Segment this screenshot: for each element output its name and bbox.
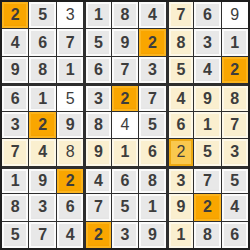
cell-r9c3[interactable]: 4 bbox=[57, 222, 83, 248]
sudoku-board: 2531847694675928319816735426153274983298… bbox=[0, 0, 250, 250]
cell-r5c3[interactable]: 9 bbox=[57, 112, 83, 138]
cell-r8c8[interactable]: 2 bbox=[194, 194, 220, 220]
cell-r7c5[interactable]: 6 bbox=[112, 167, 138, 193]
cell-r7c1[interactable]: 1 bbox=[2, 167, 28, 193]
cell-r7c8[interactable]: 7 bbox=[194, 167, 220, 193]
cell-r7c9[interactable]: 5 bbox=[222, 167, 248, 193]
cell-r6c6[interactable]: 6 bbox=[139, 139, 165, 165]
cell-r4c5[interactable]: 2 bbox=[112, 84, 138, 110]
cell-r2c7[interactable]: 8 bbox=[167, 29, 193, 55]
cell-r2c4[interactable]: 5 bbox=[84, 29, 110, 55]
cell-r3c2[interactable]: 8 bbox=[29, 57, 55, 83]
cell-r7c7[interactable]: 3 bbox=[167, 167, 193, 193]
cell-r5c2[interactable]: 2 bbox=[29, 112, 55, 138]
cell-r9c4[interactable]: 2 bbox=[84, 222, 110, 248]
cell-r3c5[interactable]: 7 bbox=[112, 57, 138, 83]
cell-r6c3[interactable]: 8 bbox=[57, 139, 83, 165]
cell-r6c2[interactable]: 4 bbox=[29, 139, 55, 165]
cell-r2c8[interactable]: 3 bbox=[194, 29, 220, 55]
cell-r3c1[interactable]: 9 bbox=[2, 57, 28, 83]
cell-r1c1[interactable]: 2 bbox=[2, 2, 28, 28]
cell-r7c4[interactable]: 4 bbox=[84, 167, 110, 193]
cell-r5c7[interactable]: 6 bbox=[167, 112, 193, 138]
cell-r1c7[interactable]: 7 bbox=[167, 2, 193, 28]
cell-r6c8[interactable]: 5 bbox=[194, 139, 220, 165]
cell-r5c1[interactable]: 3 bbox=[2, 112, 28, 138]
cell-r8c7[interactable]: 9 bbox=[167, 194, 193, 220]
cell-r1c9[interactable]: 9 bbox=[222, 2, 248, 28]
cell-r5c4[interactable]: 8 bbox=[84, 112, 110, 138]
cell-r3c9[interactable]: 2 bbox=[222, 57, 248, 83]
cell-r9c5[interactable]: 3 bbox=[112, 222, 138, 248]
cell-r9c2[interactable]: 7 bbox=[29, 222, 55, 248]
cell-r4c7[interactable]: 4 bbox=[167, 84, 193, 110]
cell-r1c4[interactable]: 1 bbox=[84, 2, 110, 28]
cell-r2c3[interactable]: 7 bbox=[57, 29, 83, 55]
cell-r2c6[interactable]: 2 bbox=[139, 29, 165, 55]
cell-r3c6[interactable]: 3 bbox=[139, 57, 165, 83]
cell-r4c2[interactable]: 1 bbox=[29, 84, 55, 110]
selected-cell-r6c7[interactable]: 2 bbox=[167, 139, 193, 165]
cell-r7c2[interactable]: 9 bbox=[29, 167, 55, 193]
cell-r1c2[interactable]: 5 bbox=[29, 2, 55, 28]
cell-r9c8[interactable]: 8 bbox=[194, 222, 220, 248]
cell-r5c6[interactable]: 5 bbox=[139, 112, 165, 138]
cell-r1c3[interactable]: 3 bbox=[57, 2, 83, 28]
cell-r8c6[interactable]: 1 bbox=[139, 194, 165, 220]
cell-r3c4[interactable]: 6 bbox=[84, 57, 110, 83]
cell-r3c3[interactable]: 1 bbox=[57, 57, 83, 83]
cell-r6c9[interactable]: 3 bbox=[222, 139, 248, 165]
cell-r2c5[interactable]: 9 bbox=[112, 29, 138, 55]
cell-r4c1[interactable]: 6 bbox=[2, 84, 28, 110]
cell-r8c3[interactable]: 6 bbox=[57, 194, 83, 220]
cell-r6c1[interactable]: 7 bbox=[2, 139, 28, 165]
cell-r1c6[interactable]: 4 bbox=[139, 2, 165, 28]
cell-r3c8[interactable]: 4 bbox=[194, 57, 220, 83]
cell-r5c8[interactable]: 1 bbox=[194, 112, 220, 138]
cell-r7c3[interactable]: 2 bbox=[57, 167, 83, 193]
cell-r8c9[interactable]: 4 bbox=[222, 194, 248, 220]
cell-r6c4[interactable]: 9 bbox=[84, 139, 110, 165]
cell-r2c9[interactable]: 1 bbox=[222, 29, 248, 55]
cell-r4c3[interactable]: 5 bbox=[57, 84, 83, 110]
cell-r9c7[interactable]: 1 bbox=[167, 222, 193, 248]
cell-r5c9[interactable]: 7 bbox=[222, 112, 248, 138]
cell-r3c7[interactable]: 5 bbox=[167, 57, 193, 83]
cell-r5c5[interactable]: 4 bbox=[112, 112, 138, 138]
cell-r9c1[interactable]: 5 bbox=[2, 222, 28, 248]
cell-r1c5[interactable]: 8 bbox=[112, 2, 138, 28]
cell-r6c5[interactable]: 1 bbox=[112, 139, 138, 165]
cell-r1c8[interactable]: 6 bbox=[194, 2, 220, 28]
cell-r4c6[interactable]: 7 bbox=[139, 84, 165, 110]
cell-r9c9[interactable]: 6 bbox=[222, 222, 248, 248]
cell-r8c5[interactable]: 5 bbox=[112, 194, 138, 220]
cell-r9c6[interactable]: 9 bbox=[139, 222, 165, 248]
cell-r2c2[interactable]: 6 bbox=[29, 29, 55, 55]
cell-r8c2[interactable]: 3 bbox=[29, 194, 55, 220]
cell-r2c1[interactable]: 4 bbox=[2, 29, 28, 55]
cell-r4c8[interactable]: 9 bbox=[194, 84, 220, 110]
cell-r8c4[interactable]: 7 bbox=[84, 194, 110, 220]
cell-r7c6[interactable]: 8 bbox=[139, 167, 165, 193]
cell-r4c4[interactable]: 3 bbox=[84, 84, 110, 110]
cell-r4c9[interactable]: 8 bbox=[222, 84, 248, 110]
cell-r8c1[interactable]: 8 bbox=[2, 194, 28, 220]
